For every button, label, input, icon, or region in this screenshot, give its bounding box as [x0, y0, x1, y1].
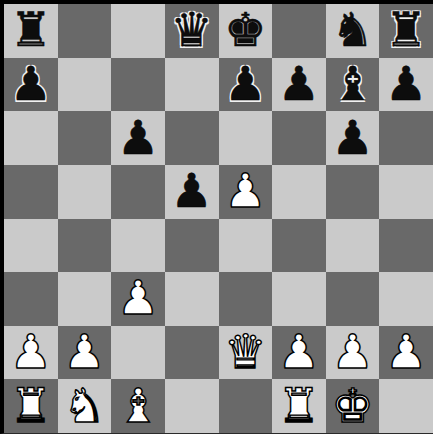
black-rook: ♜ — [385, 6, 427, 53]
square-e4[interactable] — [219, 219, 273, 273]
square-g7[interactable]: ♝ — [326, 58, 380, 112]
square-g1[interactable]: ♚ — [326, 379, 380, 433]
square-d7[interactable] — [165, 58, 219, 112]
square-h1[interactable] — [379, 379, 433, 433]
white-rook: ♜ — [10, 382, 52, 429]
square-e3[interactable] — [219, 272, 273, 326]
square-c5[interactable] — [111, 165, 165, 219]
square-f4[interactable] — [272, 219, 326, 273]
white-pawn: ♟ — [278, 328, 320, 375]
square-d6[interactable] — [165, 111, 219, 165]
black-bishop: ♝ — [331, 60, 373, 107]
square-e5[interactable]: ♟ — [219, 165, 273, 219]
square-f2[interactable]: ♟ — [272, 326, 326, 380]
square-e7[interactable]: ♟ — [219, 58, 273, 112]
square-h8[interactable]: ♜ — [379, 4, 433, 58]
square-a4[interactable] — [4, 219, 58, 273]
square-b1[interactable]: ♞ — [58, 379, 112, 433]
square-g8[interactable]: ♞ — [326, 4, 380, 58]
square-f5[interactable] — [272, 165, 326, 219]
square-b4[interactable] — [58, 219, 112, 273]
square-d8[interactable]: ♛ — [165, 4, 219, 58]
black-knight: ♞ — [331, 6, 373, 53]
square-c2[interactable] — [111, 326, 165, 380]
white-pawn: ♟ — [117, 274, 159, 321]
white-pawn: ♟ — [10, 328, 52, 375]
square-h6[interactable] — [379, 111, 433, 165]
square-a7[interactable]: ♟ — [4, 58, 58, 112]
square-e6[interactable] — [219, 111, 273, 165]
white-pawn: ♟ — [63, 328, 105, 375]
black-pawn: ♟ — [117, 114, 159, 161]
black-king: ♚ — [224, 6, 266, 53]
black-pawn: ♟ — [10, 60, 52, 107]
square-g6[interactable]: ♟ — [326, 111, 380, 165]
white-queen: ♛ — [224, 328, 266, 375]
square-g3[interactable] — [326, 272, 380, 326]
square-b8[interactable] — [58, 4, 112, 58]
square-c4[interactable] — [111, 219, 165, 273]
square-c7[interactable] — [111, 58, 165, 112]
board-frame: ♜♛♚♞♜♟♟♟♝♟♟♟♟♟♟♟♟♛♟♟♟♜♞♝♜♚ — [0, 0, 433, 434]
black-pawn: ♟ — [278, 60, 320, 107]
white-rook: ♜ — [278, 382, 320, 429]
square-f6[interactable] — [272, 111, 326, 165]
white-pawn: ♟ — [385, 328, 427, 375]
square-b7[interactable] — [58, 58, 112, 112]
square-e2[interactable]: ♛ — [219, 326, 273, 380]
white-pawn: ♟ — [331, 328, 373, 375]
square-c1[interactable]: ♝ — [111, 379, 165, 433]
square-h5[interactable] — [379, 165, 433, 219]
square-f3[interactable] — [272, 272, 326, 326]
white-king: ♚ — [331, 382, 373, 429]
square-h4[interactable] — [379, 219, 433, 273]
square-f7[interactable]: ♟ — [272, 58, 326, 112]
square-e8[interactable]: ♚ — [219, 4, 273, 58]
square-g5[interactable] — [326, 165, 380, 219]
square-g2[interactable]: ♟ — [326, 326, 380, 380]
square-h7[interactable]: ♟ — [379, 58, 433, 112]
square-a2[interactable]: ♟ — [4, 326, 58, 380]
square-h3[interactable] — [379, 272, 433, 326]
square-b2[interactable]: ♟ — [58, 326, 112, 380]
square-a8[interactable]: ♜ — [4, 4, 58, 58]
square-d1[interactable] — [165, 379, 219, 433]
black-pawn: ♟ — [385, 60, 427, 107]
black-queen: ♛ — [171, 6, 213, 53]
square-g4[interactable] — [326, 219, 380, 273]
square-b6[interactable] — [58, 111, 112, 165]
square-b3[interactable] — [58, 272, 112, 326]
square-c8[interactable] — [111, 4, 165, 58]
black-pawn: ♟ — [331, 114, 373, 161]
square-d4[interactable] — [165, 219, 219, 273]
black-rook: ♜ — [10, 6, 52, 53]
square-e1[interactable] — [219, 379, 273, 433]
white-bishop: ♝ — [117, 382, 159, 429]
square-c3[interactable]: ♟ — [111, 272, 165, 326]
black-pawn: ♟ — [171, 167, 213, 214]
square-a5[interactable] — [4, 165, 58, 219]
square-a6[interactable] — [4, 111, 58, 165]
black-pawn: ♟ — [224, 60, 266, 107]
square-b5[interactable] — [58, 165, 112, 219]
white-pawn: ♟ — [224, 167, 266, 214]
white-knight: ♞ — [63, 382, 105, 429]
square-f1[interactable]: ♜ — [272, 379, 326, 433]
square-d5[interactable]: ♟ — [165, 165, 219, 219]
square-d2[interactable] — [165, 326, 219, 380]
square-a1[interactable]: ♜ — [4, 379, 58, 433]
square-a3[interactable] — [4, 272, 58, 326]
square-h2[interactable]: ♟ — [379, 326, 433, 380]
chess-board: ♜♛♚♞♜♟♟♟♝♟♟♟♟♟♟♟♟♛♟♟♟♜♞♝♜♚ — [4, 4, 433, 433]
square-c6[interactable]: ♟ — [111, 111, 165, 165]
square-d3[interactable] — [165, 272, 219, 326]
square-f8[interactable] — [272, 4, 326, 58]
